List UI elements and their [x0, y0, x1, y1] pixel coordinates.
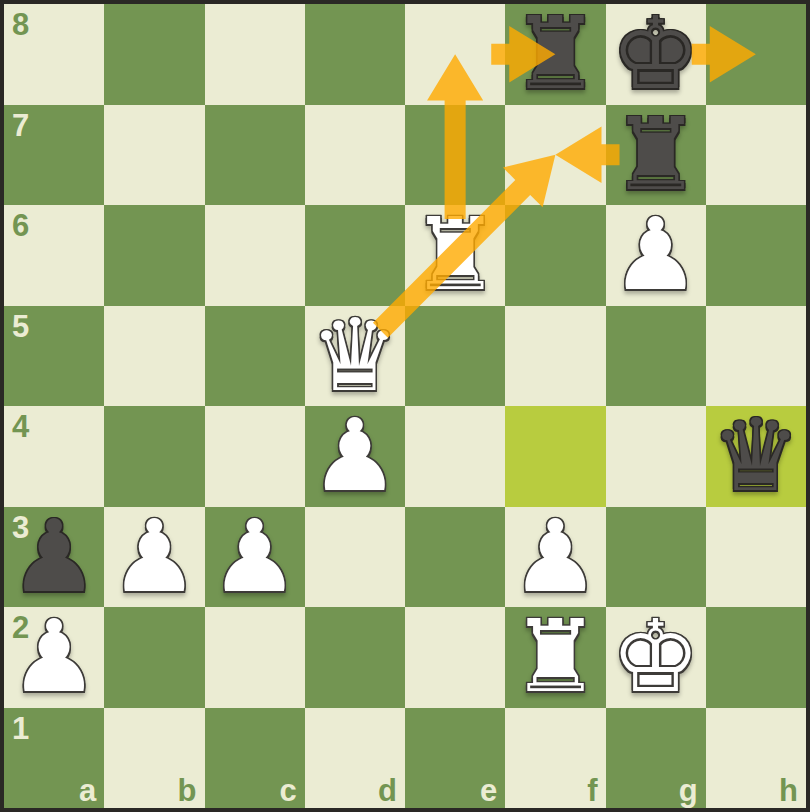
square-f4[interactable]	[505, 406, 605, 507]
square-d3[interactable]	[305, 507, 405, 608]
piece-black-pawn-a3[interactable]: ♟	[4, 507, 104, 608]
square-g2[interactable]: ♚	[606, 607, 706, 708]
square-a6[interactable]: 6	[4, 205, 104, 306]
square-c1[interactable]: c	[205, 708, 305, 809]
file-label-a: a	[79, 775, 96, 806]
square-h5[interactable]	[706, 306, 806, 407]
piece-white-king-g2[interactable]: ♚	[606, 607, 706, 708]
square-h3[interactable]	[706, 507, 806, 608]
piece-white-rook-e6[interactable]: ♜	[405, 205, 505, 306]
file-label-e: e	[480, 775, 497, 806]
square-b2[interactable]	[104, 607, 204, 708]
page: { "game": "chess", "board_description": …	[0, 0, 810, 812]
square-a1[interactable]: 1a	[4, 708, 104, 809]
rank-label-8: 8	[12, 9, 29, 40]
square-a3[interactable]: 3♟	[4, 507, 104, 608]
square-e4[interactable]	[405, 406, 505, 507]
piece-white-queen-d5[interactable]: ♛	[305, 306, 405, 407]
square-d1[interactable]: d	[305, 708, 405, 809]
piece-white-pawn-d4[interactable]: ♟	[305, 406, 405, 507]
piece-white-pawn-c3[interactable]: ♟	[205, 507, 305, 608]
square-e8[interactable]	[405, 4, 505, 105]
chess-board: 8♜♚7♜6♜♟5♛4♟♛3♟♟♟♟2♟♜♚1abcdefgh	[4, 4, 806, 808]
square-h6[interactable]	[706, 205, 806, 306]
square-a4[interactable]: 4	[4, 406, 104, 507]
square-c5[interactable]	[205, 306, 305, 407]
piece-black-rook-g7[interactable]: ♜	[606, 105, 706, 206]
square-g6[interactable]: ♟	[606, 205, 706, 306]
square-g8[interactable]: ♚	[606, 4, 706, 105]
square-b5[interactable]	[104, 306, 204, 407]
square-e7[interactable]	[405, 105, 505, 206]
file-label-f: f	[587, 775, 597, 806]
rank-label-5: 5	[12, 311, 29, 342]
square-f6[interactable]	[505, 205, 605, 306]
square-d6[interactable]	[305, 205, 405, 306]
square-c8[interactable]	[205, 4, 305, 105]
piece-black-king-g8[interactable]: ♚	[606, 4, 706, 105]
square-b6[interactable]	[104, 205, 204, 306]
square-h4[interactable]: ♛	[706, 406, 806, 507]
square-d8[interactable]	[305, 4, 405, 105]
square-h2[interactable]	[706, 607, 806, 708]
square-a5[interactable]: 5	[4, 306, 104, 407]
square-f1[interactable]: f	[505, 708, 605, 809]
square-g3[interactable]	[606, 507, 706, 608]
rank-label-1: 1	[12, 713, 29, 744]
square-c6[interactable]	[205, 205, 305, 306]
square-b8[interactable]	[104, 4, 204, 105]
piece-white-pawn-a2[interactable]: ♟	[4, 607, 104, 708]
square-a2[interactable]: 2♟	[4, 607, 104, 708]
square-e1[interactable]: e	[405, 708, 505, 809]
square-e5[interactable]	[405, 306, 505, 407]
square-g5[interactable]	[606, 306, 706, 407]
square-f3[interactable]: ♟	[505, 507, 605, 608]
rank-label-4: 4	[12, 411, 29, 442]
file-label-h: h	[779, 775, 798, 806]
square-c7[interactable]	[205, 105, 305, 206]
file-label-c: c	[280, 775, 297, 806]
square-e6[interactable]: ♜	[405, 205, 505, 306]
square-g1[interactable]: g	[606, 708, 706, 809]
piece-white-rook-f2[interactable]: ♜	[505, 607, 605, 708]
piece-black-queen-h4[interactable]: ♛	[706, 406, 806, 507]
square-d7[interactable]	[305, 105, 405, 206]
piece-white-pawn-b3[interactable]: ♟	[104, 507, 204, 608]
square-d5[interactable]: ♛	[305, 306, 405, 407]
square-h7[interactable]	[706, 105, 806, 206]
piece-black-rook-f8[interactable]: ♜	[505, 4, 605, 105]
square-b4[interactable]	[104, 406, 204, 507]
piece-white-pawn-g6[interactable]: ♟	[606, 205, 706, 306]
square-f7[interactable]	[505, 105, 605, 206]
square-f5[interactable]	[505, 306, 605, 407]
square-d2[interactable]	[305, 607, 405, 708]
file-label-b: b	[178, 775, 197, 806]
square-a8[interactable]: 8	[4, 4, 104, 105]
square-d4[interactable]: ♟	[305, 406, 405, 507]
square-h8[interactable]	[706, 4, 806, 105]
square-g4[interactable]	[606, 406, 706, 507]
square-c2[interactable]	[205, 607, 305, 708]
square-a7[interactable]: 7	[4, 105, 104, 206]
square-f8[interactable]: ♜	[505, 4, 605, 105]
square-c4[interactable]	[205, 406, 305, 507]
file-label-d: d	[378, 775, 397, 806]
square-e3[interactable]	[405, 507, 505, 608]
square-b1[interactable]: b	[104, 708, 204, 809]
square-f2[interactable]: ♜	[505, 607, 605, 708]
file-label-g: g	[679, 775, 698, 806]
square-e2[interactable]	[405, 607, 505, 708]
piece-white-pawn-f3[interactable]: ♟	[505, 507, 605, 608]
square-b3[interactable]: ♟	[104, 507, 204, 608]
rank-label-7: 7	[12, 110, 29, 141]
square-g7[interactable]: ♜	[606, 105, 706, 206]
square-h1[interactable]: h	[706, 708, 806, 809]
square-c3[interactable]: ♟	[205, 507, 305, 608]
square-b7[interactable]	[104, 105, 204, 206]
rank-label-6: 6	[12, 210, 29, 241]
